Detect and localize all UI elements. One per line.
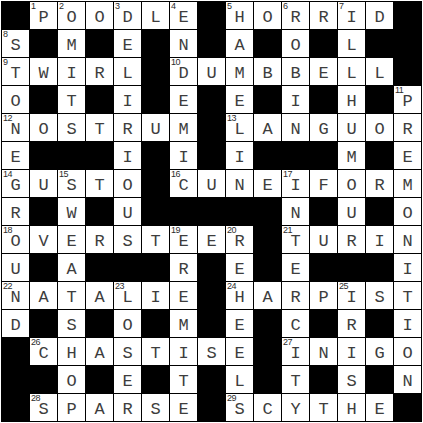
cell-r2-c13[interactable]: L xyxy=(366,58,393,85)
cell-r7-c2[interactable]: W xyxy=(58,198,85,225)
cell-r8-c11[interactable]: U xyxy=(310,226,337,253)
cell-letter: I xyxy=(290,345,300,362)
cell-letter: H xyxy=(346,93,356,110)
cell-r10-c12[interactable]: 25I xyxy=(338,282,365,309)
cell-r3-c12[interactable]: H xyxy=(338,86,365,113)
cell-r0-c5[interactable]: L xyxy=(142,2,169,29)
cell-letter: C xyxy=(38,345,48,362)
cell-r13-c12[interactable]: S xyxy=(338,366,365,393)
cell-r13-c14[interactable]: N xyxy=(394,366,421,393)
cell-letter: T xyxy=(178,373,188,390)
cell-letter: T xyxy=(66,289,76,306)
cell-r11-c8[interactable]: E xyxy=(226,310,253,337)
cell-r14-c1[interactable]: 28S xyxy=(30,394,57,421)
cell-letter: M xyxy=(66,37,76,54)
cell-r8-c6[interactable]: 19E xyxy=(170,226,197,253)
cell-letter: D xyxy=(122,9,132,26)
cell-r13-c2[interactable]: O xyxy=(58,366,85,393)
cell-r3-c14[interactable]: 11P xyxy=(394,86,421,113)
cell-r5-c1 xyxy=(30,142,57,169)
cell-letter: H xyxy=(234,9,244,26)
cell-letter: S xyxy=(122,233,132,250)
cell-r10-c6[interactable]: E xyxy=(170,282,197,309)
cell-r14-c9[interactable]: C xyxy=(254,394,281,421)
cell-r1-c14 xyxy=(394,30,421,57)
cell-r6-c11[interactable]: F xyxy=(310,170,337,197)
cell-letter: T xyxy=(150,345,160,362)
cell-r13-c9 xyxy=(254,366,281,393)
clue-number: 18 xyxy=(3,226,12,235)
clue-number: 14 xyxy=(3,170,12,179)
cell-r0-c8[interactable]: 5H xyxy=(226,2,253,29)
cell-r8-c4[interactable]: S xyxy=(114,226,141,253)
cell-r10-c0[interactable]: 22N xyxy=(2,282,29,309)
cell-r4-c6[interactable]: M xyxy=(170,114,197,141)
cell-r1-c4[interactable]: E xyxy=(114,30,141,57)
cell-letter: O xyxy=(346,177,356,194)
cell-r7-c0[interactable]: R xyxy=(2,198,29,225)
cell-r4-c12[interactable]: U xyxy=(338,114,365,141)
cell-letter: O xyxy=(10,93,20,110)
cell-r12-c10[interactable]: 27I xyxy=(282,338,309,365)
clue-number: 5 xyxy=(227,2,232,11)
cell-r12-c12[interactable]: I xyxy=(338,338,365,365)
cell-r12-c2[interactable]: H xyxy=(58,338,85,365)
cell-r10-c14[interactable]: T xyxy=(394,282,421,309)
cell-r8-c13[interactable]: I xyxy=(366,226,393,253)
cell-r6-c0[interactable]: 14G xyxy=(2,170,29,197)
cell-letter: T xyxy=(290,233,300,250)
cell-r11-c11 xyxy=(310,310,337,337)
cell-r11-c4[interactable]: O xyxy=(114,310,141,337)
cell-r10-c3[interactable]: A xyxy=(86,282,113,309)
cell-r4-c4[interactable]: R xyxy=(114,114,141,141)
cell-letter: T xyxy=(66,93,76,110)
cell-r12-c8[interactable]: E xyxy=(226,338,253,365)
cell-letter: D xyxy=(10,317,20,334)
cell-r11-c0[interactable]: D xyxy=(2,310,29,337)
cell-letter: S xyxy=(122,345,132,362)
cell-r12-c9 xyxy=(254,338,281,365)
cell-r5-c8[interactable]: I xyxy=(226,142,253,169)
cell-r7-c10[interactable]: N xyxy=(282,198,309,225)
cell-r9-c5 xyxy=(142,254,169,281)
cell-letter: G xyxy=(374,345,384,362)
cell-r10-c4[interactable]: 23L xyxy=(114,282,141,309)
cell-letter: E xyxy=(290,261,300,278)
cell-r9-c8[interactable]: E xyxy=(226,254,253,281)
cell-letter: R xyxy=(178,261,188,278)
clue-number: 7 xyxy=(339,2,344,11)
cell-r5-c0[interactable]: E xyxy=(2,142,29,169)
cell-r3-c5 xyxy=(142,86,169,113)
cell-r8-c1[interactable]: V xyxy=(30,226,57,253)
cell-r7-c3 xyxy=(86,198,113,225)
cell-letter: R xyxy=(374,177,384,194)
cell-r2-c11[interactable]: E xyxy=(310,58,337,85)
cell-r12-c3[interactable]: A xyxy=(86,338,113,365)
cell-letter: I xyxy=(290,93,300,110)
cell-r8-c7[interactable]: E xyxy=(198,226,225,253)
cell-r12-c4[interactable]: S xyxy=(114,338,141,365)
cell-r1-c0[interactable]: 8S xyxy=(2,30,29,57)
cell-r8-c3[interactable]: R xyxy=(86,226,113,253)
cell-r1-c11 xyxy=(310,30,337,57)
clue-number: 25 xyxy=(339,282,348,291)
cell-r3-c1 xyxy=(30,86,57,113)
cell-r8-c10[interactable]: 21T xyxy=(282,226,309,253)
cell-r12-c6[interactable]: I xyxy=(170,338,197,365)
cell-r2-c6[interactable]: 10D xyxy=(170,58,197,85)
cell-r14-c10[interactable]: Y xyxy=(282,394,309,421)
cell-r0-c1[interactable]: 1P xyxy=(30,2,57,29)
cell-r9-c0[interactable]: U xyxy=(2,254,29,281)
cell-r14-c11[interactable]: T xyxy=(310,394,337,421)
cell-letter: N xyxy=(290,205,300,222)
cell-letter: O xyxy=(66,9,76,26)
cell-r4-c3[interactable]: T xyxy=(86,114,113,141)
cell-r4-c10[interactable]: N xyxy=(282,114,309,141)
clue-number: 10 xyxy=(171,58,180,67)
cell-letter: E xyxy=(234,317,244,334)
cell-letter: I xyxy=(402,261,412,278)
cell-letter: B xyxy=(290,65,300,82)
cell-letter: O xyxy=(10,233,20,250)
cell-r9-c2[interactable]: A xyxy=(58,254,85,281)
cell-letter: R xyxy=(346,233,356,250)
cell-r4-c5[interactable]: U xyxy=(142,114,169,141)
cell-r3-c10[interactable]: I xyxy=(282,86,309,113)
clue-number: 27 xyxy=(283,338,292,347)
cell-r12-c7[interactable]: S xyxy=(198,338,225,365)
cell-r10-c8[interactable]: 24H xyxy=(226,282,253,309)
cell-letter: G xyxy=(318,121,328,138)
cell-letter: I xyxy=(178,345,188,362)
cell-r14-c2[interactable]: P xyxy=(58,394,85,421)
cell-r12-c14[interactable]: O xyxy=(394,338,421,365)
cell-r9-c12 xyxy=(338,254,365,281)
clue-number: 8 xyxy=(3,30,8,39)
cell-r0-c13[interactable]: D xyxy=(366,2,393,29)
cell-r14-c14 xyxy=(394,394,421,421)
cell-r11-c7 xyxy=(198,310,225,337)
cell-r2-c12[interactable]: L xyxy=(338,58,365,85)
cell-r11-c3 xyxy=(86,310,113,337)
cell-letter: R xyxy=(290,9,300,26)
cell-r2-c3[interactable]: R xyxy=(86,58,113,85)
cell-letter: U xyxy=(346,205,356,222)
cell-r6-c9[interactable]: E xyxy=(254,170,281,197)
cell-r7-c14[interactable]: O xyxy=(394,198,421,225)
cell-r5-c7 xyxy=(198,142,225,169)
cell-letter: O xyxy=(122,177,132,194)
cell-r7-c5 xyxy=(142,198,169,225)
cell-r11-c12[interactable]: R xyxy=(338,310,365,337)
cell-r9-c4 xyxy=(114,254,141,281)
cell-letter: R xyxy=(122,401,132,418)
cell-r1-c3 xyxy=(86,30,113,57)
cell-r12-c1[interactable]: 26C xyxy=(30,338,57,365)
cell-r6-c7[interactable]: U xyxy=(198,170,225,197)
cell-r4-c1[interactable]: O xyxy=(30,114,57,141)
cell-r10-c9[interactable]: A xyxy=(254,282,281,309)
cell-r11-c14[interactable]: I xyxy=(394,310,421,337)
cell-r11-c1 xyxy=(30,310,57,337)
cell-r9-c10[interactable]: E xyxy=(282,254,309,281)
cell-letter: E xyxy=(178,9,188,26)
cell-r6-c6[interactable]: 16C xyxy=(170,170,197,197)
cell-r3-c11 xyxy=(310,86,337,113)
cell-r2-c1[interactable]: W xyxy=(30,58,57,85)
cell-r6-c2[interactable]: 15S xyxy=(58,170,85,197)
cell-r4-c7 xyxy=(198,114,225,141)
cell-r2-c9[interactable]: B xyxy=(254,58,281,85)
cell-letter: R xyxy=(290,289,300,306)
cell-letter: U xyxy=(318,233,328,250)
cell-letter: M xyxy=(234,65,244,82)
clue-number: 13 xyxy=(227,114,236,123)
cell-r2-c7[interactable]: U xyxy=(198,58,225,85)
cell-letter: E xyxy=(234,261,244,278)
cell-r14-c12[interactable]: H xyxy=(338,394,365,421)
cell-r9-c14[interactable]: I xyxy=(394,254,421,281)
cell-r13-c13 xyxy=(366,366,393,393)
cell-r8-c12[interactable]: R xyxy=(338,226,365,253)
cell-r4-c0[interactable]: 12N xyxy=(2,114,29,141)
cell-letter: E xyxy=(206,233,216,250)
cell-r8-c5[interactable]: T xyxy=(142,226,169,253)
cell-r1-c5 xyxy=(142,30,169,57)
cell-letter: R xyxy=(10,205,20,222)
cell-letter: I xyxy=(178,149,188,166)
cell-r11-c9 xyxy=(254,310,281,337)
cell-r7-c7 xyxy=(198,198,225,225)
cell-r4-c2[interactable]: S xyxy=(58,114,85,141)
cell-letter: U xyxy=(206,177,216,194)
cell-letter: I xyxy=(150,289,160,306)
cell-letter: E xyxy=(374,401,384,418)
cell-letter: A xyxy=(94,401,104,418)
cell-r3-c2[interactable]: T xyxy=(58,86,85,113)
cell-r9-c7 xyxy=(198,254,225,281)
cell-letter: U xyxy=(346,121,356,138)
cell-r13-c8[interactable]: L xyxy=(226,366,253,393)
clue-number: 15 xyxy=(59,170,68,179)
cell-r9-c3 xyxy=(86,254,113,281)
cell-r14-c6[interactable]: E xyxy=(170,394,197,421)
cell-r13-c10[interactable]: T xyxy=(282,366,309,393)
cell-r13-c4[interactable]: E xyxy=(114,366,141,393)
cell-r14-c3[interactable]: A xyxy=(86,394,113,421)
cell-r7-c9 xyxy=(254,198,281,225)
cell-r6-c4[interactable]: O xyxy=(114,170,141,197)
crossword-grid: 1P2OO3DL4E5HO6RR7ID8SMENAOL9TWIRL10DUMBB… xyxy=(1,1,422,422)
cell-r2-c2[interactable]: I xyxy=(58,58,85,85)
cell-r3-c4[interactable]: I xyxy=(114,86,141,113)
cell-letter: S xyxy=(38,401,48,418)
cell-r11-c5 xyxy=(142,310,169,337)
cell-r14-c13[interactable]: E xyxy=(366,394,393,421)
cell-letter: W xyxy=(38,65,48,82)
cell-r10-c1[interactable]: A xyxy=(30,282,57,309)
cell-letter: O xyxy=(122,317,132,334)
cell-r2-c0[interactable]: 9T xyxy=(2,58,29,85)
cell-r2-c10[interactable]: B xyxy=(282,58,309,85)
cell-r13-c3 xyxy=(86,366,113,393)
cell-r13-c1 xyxy=(30,366,57,393)
cell-r4-c8[interactable]: 13L xyxy=(226,114,253,141)
cell-letter: U xyxy=(10,261,20,278)
cell-letter: I xyxy=(234,149,244,166)
cell-r11-c6[interactable]: M xyxy=(170,310,197,337)
cell-letter: R xyxy=(318,9,328,26)
cell-letter: I xyxy=(122,93,132,110)
cell-letter: T xyxy=(94,177,104,194)
cell-r8-c8[interactable]: 20R xyxy=(226,226,253,253)
cell-letter: W xyxy=(66,205,76,222)
cell-letter: D xyxy=(178,65,188,82)
cell-r9-c1 xyxy=(30,254,57,281)
cell-r5-c5 xyxy=(142,142,169,169)
cell-r14-c8[interactable]: 29S xyxy=(226,394,253,421)
clue-number: 3 xyxy=(115,2,120,11)
cell-r0-c3[interactable]: O xyxy=(86,2,113,29)
cell-letter: O xyxy=(66,373,76,390)
cell-r0-c2[interactable]: 2O xyxy=(58,2,85,29)
cell-r10-c2[interactable]: T xyxy=(58,282,85,309)
cell-letter: H xyxy=(346,401,356,418)
cell-r11-c2[interactable]: S xyxy=(58,310,85,337)
cell-r7-c1 xyxy=(30,198,57,225)
cell-r4-c9[interactable]: A xyxy=(254,114,281,141)
cell-letter: T xyxy=(150,233,160,250)
cell-letter: C xyxy=(178,177,188,194)
cell-r14-c7 xyxy=(198,394,225,421)
cell-r1-c6[interactable]: N xyxy=(170,30,197,57)
cell-letter: I xyxy=(122,149,132,166)
cell-r12-c5[interactable]: T xyxy=(142,338,169,365)
cell-letter: E xyxy=(178,401,188,418)
cell-r10-c5[interactable]: I xyxy=(142,282,169,309)
cell-r11-c10[interactable]: C xyxy=(282,310,309,337)
cell-r10-c11[interactable]: P xyxy=(310,282,337,309)
cell-letter: S xyxy=(374,289,384,306)
cell-r8-c2[interactable]: E xyxy=(58,226,85,253)
cell-r1-c2[interactable]: M xyxy=(58,30,85,57)
cell-r6-c13[interactable]: R xyxy=(366,170,393,197)
cell-letter: O xyxy=(290,37,300,54)
cell-r1-c10[interactable]: O xyxy=(282,30,309,57)
cell-r4-c14[interactable]: R xyxy=(394,114,421,141)
cell-r0-c6[interactable]: 4E xyxy=(170,2,197,29)
cell-r4-c11[interactable]: G xyxy=(310,114,337,141)
clue-number: 1 xyxy=(31,2,36,11)
cell-r3-c8[interactable]: E xyxy=(226,86,253,113)
cell-letter: E xyxy=(122,373,132,390)
cell-r2-c4[interactable]: L xyxy=(114,58,141,85)
cell-r6-c14[interactable]: M xyxy=(394,170,421,197)
cell-r6-c12[interactable]: O xyxy=(338,170,365,197)
cell-letter: S xyxy=(234,401,244,418)
cell-r1-c8[interactable]: A xyxy=(226,30,253,57)
cell-letter: M xyxy=(402,177,412,194)
cell-r0-c12[interactable]: 7I xyxy=(338,2,365,29)
cell-r10-c10[interactable]: R xyxy=(282,282,309,309)
cell-r5-c11 xyxy=(310,142,337,169)
cell-letter: E xyxy=(318,65,328,82)
cell-letter: C xyxy=(290,317,300,334)
cell-r10-c7 xyxy=(198,282,225,309)
cell-r5-c3 xyxy=(86,142,113,169)
cell-letter: A xyxy=(94,289,104,306)
cell-letter: L xyxy=(122,289,132,306)
cell-letter: E xyxy=(122,37,132,54)
cell-letter: N xyxy=(402,373,412,390)
cell-letter: S xyxy=(150,401,160,418)
cell-r0-c4[interactable]: 3D xyxy=(114,2,141,29)
cell-r14-c5[interactable]: S xyxy=(142,394,169,421)
cell-r5-c14[interactable]: E xyxy=(394,142,421,169)
cell-r1-c12[interactable]: L xyxy=(338,30,365,57)
cell-r13-c6[interactable]: T xyxy=(170,366,197,393)
cell-letter: E xyxy=(178,93,188,110)
cell-letter: A xyxy=(262,289,272,306)
cell-letter: P xyxy=(66,401,76,418)
cell-r0-c10[interactable]: 6R xyxy=(282,2,309,29)
clue-number: 4 xyxy=(171,2,176,11)
cell-letter: L xyxy=(346,37,356,54)
cell-r0-c11[interactable]: R xyxy=(310,2,337,29)
clue-number: 26 xyxy=(31,338,40,347)
cell-r10-c13[interactable]: S xyxy=(366,282,393,309)
cell-letter: P xyxy=(38,9,48,26)
cell-r6-c8[interactable]: N xyxy=(226,170,253,197)
cell-letter: N xyxy=(402,233,412,250)
cell-letter: O xyxy=(402,345,412,362)
cell-r5-c2 xyxy=(58,142,85,169)
clue-number: 12 xyxy=(3,114,12,123)
cell-r12-c11[interactable]: N xyxy=(310,338,337,365)
cell-r14-c4[interactable]: R xyxy=(114,394,141,421)
cell-letter: N xyxy=(10,121,20,138)
cell-r9-c6[interactable]: R xyxy=(170,254,197,281)
cell-r8-c0[interactable]: 18O xyxy=(2,226,29,253)
cell-r3-c0[interactable]: O xyxy=(2,86,29,113)
cell-r3-c9 xyxy=(254,86,281,113)
cell-letter: L xyxy=(122,65,132,82)
cell-r4-c13[interactable]: O xyxy=(366,114,393,141)
cell-r5-c12[interactable]: M xyxy=(338,142,365,169)
cell-letter: I xyxy=(346,345,356,362)
cell-r7-c12[interactable]: U xyxy=(338,198,365,225)
cell-r6-c3[interactable]: T xyxy=(86,170,113,197)
cell-r3-c6[interactable]: E xyxy=(170,86,197,113)
cell-letter: I xyxy=(402,317,412,334)
cell-r8-c14[interactable]: N xyxy=(394,226,421,253)
cell-r6-c10[interactable]: 17I xyxy=(282,170,309,197)
cell-r12-c13[interactable]: G xyxy=(366,338,393,365)
cell-r0-c9[interactable]: O xyxy=(254,2,281,29)
cell-r5-c6[interactable]: I xyxy=(170,142,197,169)
cell-r2-c8[interactable]: M xyxy=(226,58,253,85)
cell-r3-c7 xyxy=(198,86,225,113)
cell-r11-c13 xyxy=(366,310,393,337)
cell-letter: U xyxy=(38,177,48,194)
cell-letter: S xyxy=(66,317,76,334)
cell-r6-c1[interactable]: U xyxy=(30,170,57,197)
cell-r7-c4[interactable]: U xyxy=(114,198,141,225)
cell-r5-c4[interactable]: I xyxy=(114,142,141,169)
